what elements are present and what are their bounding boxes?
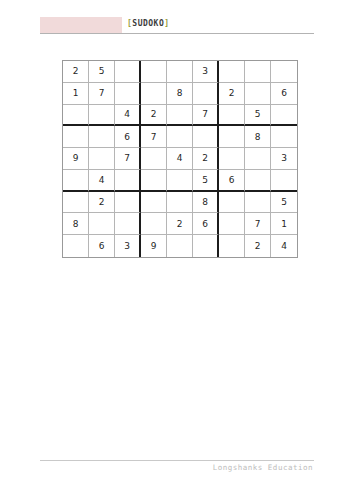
sudoku-cell-r3c2 [89, 105, 115, 127]
sudoku-cell-r3c7 [219, 105, 245, 127]
sudoku-cell-r5c2 [89, 148, 115, 170]
sudoku-cell-r1c2: 5 [89, 61, 115, 83]
sudoku-cell-r5c5: 4 [167, 148, 193, 170]
sudoku-cell-r6c9 [271, 170, 297, 192]
sudoku-cell-r7c1 [63, 192, 89, 214]
sudoku-cell-r3c1 [63, 105, 89, 127]
sudoku-cell-r2c3 [115, 83, 141, 105]
sudoku-cell-r6c7: 6 [219, 170, 245, 192]
footer-credit: Longshanks Education [213, 463, 313, 472]
sudoku-cell-r9c3: 3 [115, 235, 141, 257]
sudoku-cell-r7c2: 2 [89, 192, 115, 214]
sudoku-cell-r2c5: 8 [167, 83, 193, 105]
sudoku-cell-r5c9: 3 [271, 148, 297, 170]
sudoku-cell-r2c6 [193, 83, 219, 105]
title-bracket-close: ] [164, 19, 169, 28]
sudoku-cell-r4c2 [89, 126, 115, 148]
sudoku-cell-r2c7: 2 [219, 83, 245, 105]
sudoku-cell-r9c9: 4 [271, 235, 297, 257]
sudoku-cell-r3c3: 4 [115, 105, 141, 127]
sudoku-cell-r6c2: 4 [89, 170, 115, 192]
sudoku-cell-r1c5 [167, 61, 193, 83]
sudoku-cell-r1c7 [219, 61, 245, 83]
sudoku-cell-r3c8: 5 [245, 105, 271, 127]
sudoku-cell-r6c4 [141, 170, 167, 192]
sudoku-cell-r9c1 [63, 235, 89, 257]
sudoku-cell-r8c1: 8 [63, 213, 89, 235]
sudoku-cell-r5c7 [219, 148, 245, 170]
sudoku-cell-r9c2: 6 [89, 235, 115, 257]
sudoku-cell-r2c2: 7 [89, 83, 115, 105]
sudoku-cell-r2c8 [245, 83, 271, 105]
sudoku-cell-r7c5 [167, 192, 193, 214]
sudoku-cell-r1c3 [115, 61, 141, 83]
sudoku-cell-r2c1: 1 [63, 83, 89, 105]
footer-divider [40, 460, 314, 461]
sudoku-cell-r4c3: 6 [115, 126, 141, 148]
sudoku-cell-r8c6: 6 [193, 213, 219, 235]
sudoku-cell-r7c7 [219, 192, 245, 214]
worksheet-page: { "game": "sudoku", "position": "25...3.… [0, 0, 354, 500]
sudoku-cell-r3c5 [167, 105, 193, 127]
sudoku-cell-r8c7 [219, 213, 245, 235]
sudoku-cell-r2c4 [141, 83, 167, 105]
sudoku-cell-r1c8 [245, 61, 271, 83]
sudoku-cell-r7c3 [115, 192, 141, 214]
sudoku-cell-r1c4 [141, 61, 167, 83]
sudoku-cell-r8c3 [115, 213, 141, 235]
sudoku-cell-r5c3: 7 [115, 148, 141, 170]
sudoku-cell-r3c9 [271, 105, 297, 127]
sudoku-cell-r9c5 [167, 235, 193, 257]
sudoku-cell-r8c5: 2 [167, 213, 193, 235]
page-title: [SUDOKO] [127, 18, 170, 30]
sudoku-cell-r5c8 [245, 148, 271, 170]
title-text: SUDOKO [132, 19, 164, 28]
sudoku-cell-r5c6: 2 [193, 148, 219, 170]
sudoku-cell-r4c4: 7 [141, 126, 167, 148]
sudoku-cell-r3c4: 2 [141, 105, 167, 127]
sudoku-cell-r7c9: 5 [271, 192, 297, 214]
sudoku-cell-r9c8: 2 [245, 235, 271, 257]
sudoku-cell-r5c4 [141, 148, 167, 170]
sudoku-cell-r6c8 [245, 170, 271, 192]
sudoku-cell-r2c9: 6 [271, 83, 297, 105]
header-accent-bar [40, 17, 122, 33]
header-divider [40, 33, 314, 34]
sudoku-cell-r4c9 [271, 126, 297, 148]
sudoku-cell-r8c8: 7 [245, 213, 271, 235]
sudoku-cell-r8c9: 1 [271, 213, 297, 235]
sudoku-cell-r9c7 [219, 235, 245, 257]
sudoku-cell-r6c6: 5 [193, 170, 219, 192]
sudoku-cell-r8c2 [89, 213, 115, 235]
sudoku-grid: 253178264275678974234562858267163924 [62, 60, 298, 258]
sudoku-cell-r4c5 [167, 126, 193, 148]
sudoku-cell-r4c1 [63, 126, 89, 148]
sudoku-cell-r7c6: 8 [193, 192, 219, 214]
sudoku-cell-r6c1 [63, 170, 89, 192]
sudoku-cell-r9c4: 9 [141, 235, 167, 257]
sudoku-cell-r7c4 [141, 192, 167, 214]
sudoku-cell-r1c9 [271, 61, 297, 83]
sudoku-cell-r3c6: 7 [193, 105, 219, 127]
sudoku-cell-r8c4 [141, 213, 167, 235]
sudoku-cell-r9c6 [193, 235, 219, 257]
sudoku-cell-r6c3 [115, 170, 141, 192]
sudoku-cell-r7c8 [245, 192, 271, 214]
sudoku-cell-r1c1: 2 [63, 61, 89, 83]
sudoku-cell-r5c1: 9 [63, 148, 89, 170]
sudoku-cell-r1c6: 3 [193, 61, 219, 83]
sudoku-cell-r4c7 [219, 126, 245, 148]
sudoku-cell-r6c5 [167, 170, 193, 192]
sudoku-cell-r4c8: 8 [245, 126, 271, 148]
sudoku-cell-r4c6 [193, 126, 219, 148]
